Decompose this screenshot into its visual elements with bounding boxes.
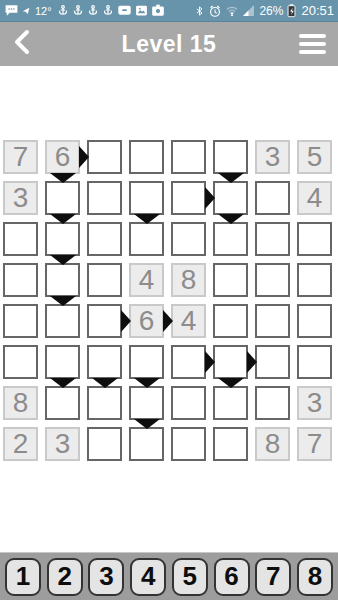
cell-r3c8[interactable] bbox=[297, 222, 332, 256]
cell-r7c4[interactable] bbox=[129, 386, 164, 420]
cell-r6c5[interactable] bbox=[171, 345, 206, 379]
cell-r4c7[interactable] bbox=[255, 263, 290, 297]
cell-r5c8[interactable] bbox=[297, 304, 332, 338]
laptop-icon bbox=[117, 4, 132, 17]
cell-r1c6[interactable] bbox=[213, 140, 248, 174]
cell-r5c6[interactable] bbox=[213, 304, 248, 338]
key-2[interactable]: 2 bbox=[47, 558, 83, 596]
cell-r2c7[interactable] bbox=[255, 181, 290, 215]
key-4[interactable]: 4 bbox=[130, 558, 166, 596]
hamburger-menu-icon bbox=[299, 50, 326, 54]
cell-r5c4: 6 bbox=[129, 304, 164, 338]
cell-r2c8: 4 bbox=[297, 181, 332, 215]
inequality-marker bbox=[218, 173, 244, 183]
cell-r1c5[interactable] bbox=[171, 140, 206, 174]
cell-r3c7[interactable] bbox=[255, 222, 290, 256]
cell-r1c3[interactable] bbox=[87, 140, 122, 174]
inequality-marker bbox=[205, 187, 215, 209]
cell-r3c1[interactable] bbox=[3, 222, 38, 256]
cell-r2c4[interactable] bbox=[129, 181, 164, 215]
cell-r8c2: 3 bbox=[45, 427, 80, 461]
header-bar: Level 15 bbox=[0, 22, 338, 66]
key-3[interactable]: 3 bbox=[88, 558, 124, 596]
inequality-marker bbox=[163, 310, 173, 332]
cell-r4c6[interactable] bbox=[213, 263, 248, 297]
back-chevron-icon bbox=[12, 28, 32, 60]
cell-r8c7: 8 bbox=[255, 427, 290, 461]
cell-r5c3[interactable] bbox=[87, 304, 122, 338]
battery-percent-label: 26% bbox=[259, 4, 283, 18]
camera-icon bbox=[151, 4, 165, 17]
inequality-marker bbox=[218, 378, 244, 388]
bluetooth-icon bbox=[194, 4, 205, 18]
inequality-marker bbox=[92, 378, 118, 388]
clock-label: 20:51 bbox=[301, 3, 334, 18]
wifi-icon bbox=[225, 5, 239, 17]
cell-r6c7[interactable] bbox=[255, 345, 290, 379]
status-bar-right: 26% 20:51 bbox=[194, 3, 334, 18]
nav-arrow-icon bbox=[22, 7, 30, 15]
cell-r7c1: 8 bbox=[3, 386, 38, 420]
anchor-icon bbox=[57, 4, 69, 17]
cell-r7c3[interactable] bbox=[87, 386, 122, 420]
cell-r8c5[interactable] bbox=[171, 427, 206, 461]
anchor-icon bbox=[87, 4, 99, 17]
cell-r8c4[interactable] bbox=[129, 427, 164, 461]
hamburger-menu-icon bbox=[299, 34, 326, 38]
inequality-marker bbox=[134, 214, 160, 224]
cell-r2c6[interactable] bbox=[213, 181, 248, 215]
key-5[interactable]: 5 bbox=[172, 558, 208, 596]
cell-r3c4[interactable] bbox=[129, 222, 164, 256]
hamburger-menu-icon bbox=[299, 42, 326, 46]
cell-r5c7[interactable] bbox=[255, 304, 290, 338]
alarm-icon bbox=[208, 4, 222, 18]
cell-r5c5: 4 bbox=[171, 304, 206, 338]
key-1[interactable]: 1 bbox=[5, 558, 41, 596]
cell-r4c4: 4 bbox=[129, 263, 164, 297]
cell-r7c7[interactable] bbox=[255, 386, 290, 420]
signal-icon bbox=[242, 4, 255, 17]
inequality-marker bbox=[134, 419, 160, 429]
cell-r3c3[interactable] bbox=[87, 222, 122, 256]
cell-r8c6[interactable] bbox=[213, 427, 248, 461]
inequality-marker bbox=[218, 214, 244, 224]
cell-r1c4[interactable] bbox=[129, 140, 164, 174]
back-button[interactable] bbox=[12, 28, 32, 60]
cell-r6c2[interactable] bbox=[45, 345, 80, 379]
status-bar: 12° bbox=[0, 0, 338, 22]
cell-r4c2[interactable] bbox=[45, 263, 80, 297]
cell-r3c6[interactable] bbox=[213, 222, 248, 256]
futoshiki-board: 7635344864832387 bbox=[0, 140, 338, 470]
cell-r6c1[interactable] bbox=[3, 345, 38, 379]
cell-r6c4[interactable] bbox=[129, 345, 164, 379]
cell-r4c5: 8 bbox=[171, 263, 206, 297]
inequality-marker bbox=[50, 296, 76, 306]
cell-r6c6[interactable] bbox=[213, 345, 248, 379]
message-icon bbox=[4, 4, 19, 17]
gallery-icon bbox=[135, 4, 148, 17]
number-keypad: 12345678 bbox=[0, 552, 338, 600]
cell-r5c2[interactable] bbox=[45, 304, 80, 338]
cell-r6c3[interactable] bbox=[87, 345, 122, 379]
inequality-marker bbox=[50, 378, 76, 388]
cell-r8c1: 2 bbox=[3, 427, 38, 461]
inequality-marker bbox=[247, 351, 257, 373]
page-title: Level 15 bbox=[0, 31, 338, 58]
battery-charging-icon bbox=[286, 3, 297, 18]
cell-r1c1: 7 bbox=[3, 140, 38, 174]
cell-r6c8[interactable] bbox=[297, 345, 332, 379]
anchor-icon bbox=[72, 4, 84, 17]
menu-button[interactable] bbox=[299, 34, 326, 54]
cell-r4c1[interactable] bbox=[3, 263, 38, 297]
cell-r1c7: 3 bbox=[255, 140, 290, 174]
key-7[interactable]: 7 bbox=[255, 558, 291, 596]
inequality-marker bbox=[50, 173, 76, 183]
cell-r5c1[interactable] bbox=[3, 304, 38, 338]
cell-r1c8: 5 bbox=[297, 140, 332, 174]
cell-r8c8: 7 bbox=[297, 427, 332, 461]
cell-r2c2[interactable] bbox=[45, 181, 80, 215]
anchor-icon bbox=[102, 4, 114, 17]
cell-r1c2: 6 bbox=[45, 140, 80, 174]
cell-r7c2[interactable] bbox=[45, 386, 80, 420]
inequality-marker bbox=[79, 146, 89, 168]
inequality-marker bbox=[205, 351, 215, 373]
cell-r4c3[interactable] bbox=[87, 263, 122, 297]
cell-r2c3[interactable] bbox=[87, 181, 122, 215]
temperature-label: 12° bbox=[35, 5, 52, 17]
key-6[interactable]: 6 bbox=[214, 558, 250, 596]
cell-r4c8[interactable] bbox=[297, 263, 332, 297]
cell-r8c3[interactable] bbox=[87, 427, 122, 461]
cell-r7c8: 3 bbox=[297, 386, 332, 420]
status-bar-left: 12° bbox=[4, 4, 165, 17]
inequality-marker bbox=[50, 214, 76, 224]
inequality-marker bbox=[134, 378, 160, 388]
key-8[interactable]: 8 bbox=[297, 558, 333, 596]
cell-r7c6[interactable] bbox=[213, 386, 248, 420]
cell-r3c5[interactable] bbox=[171, 222, 206, 256]
app-screen: 12° bbox=[0, 0, 338, 600]
cell-r7c5[interactable] bbox=[171, 386, 206, 420]
cell-r2c5[interactable] bbox=[171, 181, 206, 215]
cell-r2c1: 3 bbox=[3, 181, 38, 215]
cell-r3c2[interactable] bbox=[45, 222, 80, 256]
inequality-marker bbox=[50, 255, 76, 265]
inequality-marker bbox=[121, 310, 131, 332]
